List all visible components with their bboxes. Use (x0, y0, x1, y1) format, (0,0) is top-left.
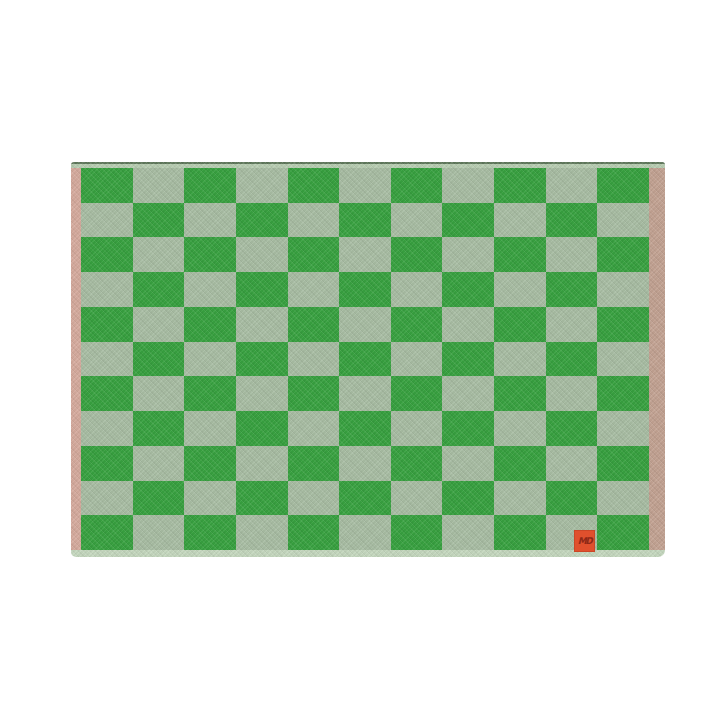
board-cell (184, 203, 236, 238)
board-cell (133, 446, 185, 481)
board-cell (288, 411, 340, 446)
towel-body (71, 168, 665, 550)
board-cell (81, 376, 133, 411)
towel-left-edge-strip (71, 168, 81, 550)
board-cell (184, 272, 236, 307)
board-cell (133, 237, 185, 272)
board-cell (597, 515, 649, 550)
board-cell (133, 342, 185, 377)
board-cell (391, 446, 443, 481)
board-cell (288, 481, 340, 516)
board-cell (81, 411, 133, 446)
board-cell (494, 376, 546, 411)
board-cell (339, 307, 391, 342)
board-cell (184, 515, 236, 550)
board-cell (391, 342, 443, 377)
board-cell (597, 237, 649, 272)
board-cell (81, 446, 133, 481)
board-cell (546, 307, 598, 342)
board-cell (81, 481, 133, 516)
board-cell (391, 376, 443, 411)
board-cell (288, 168, 340, 203)
board-cell (339, 515, 391, 550)
board-cell (597, 168, 649, 203)
board-cell (81, 272, 133, 307)
board-cell (442, 376, 494, 411)
board-cell (133, 307, 185, 342)
board-cell (597, 203, 649, 238)
board-cell (81, 168, 133, 203)
board-cell (339, 481, 391, 516)
board-cell (546, 168, 598, 203)
board-cell (133, 376, 185, 411)
board-cell (442, 203, 494, 238)
towel-right-edge-strip (649, 168, 665, 550)
board-cell (236, 307, 288, 342)
board-cell (133, 481, 185, 516)
board-cell (81, 342, 133, 377)
board-cell (288, 376, 340, 411)
board-cell (442, 307, 494, 342)
board-cell (597, 411, 649, 446)
board-cell (184, 342, 236, 377)
board-cell (133, 411, 185, 446)
checkerboard-grid (81, 168, 649, 550)
board-cell (81, 515, 133, 550)
board-cell (184, 411, 236, 446)
brand-monogram: MD (578, 536, 591, 547)
board-cell (597, 342, 649, 377)
board-cell (184, 168, 236, 203)
board-cell (81, 307, 133, 342)
board-cell (236, 168, 288, 203)
board-cell (442, 168, 494, 203)
board-cell (339, 203, 391, 238)
board-cell (236, 515, 288, 550)
board-cell (81, 237, 133, 272)
board-cell (546, 342, 598, 377)
board-cell (494, 342, 546, 377)
board-cell (236, 376, 288, 411)
board-cell (236, 481, 288, 516)
board-cell (494, 307, 546, 342)
board-cell (442, 237, 494, 272)
board-cell (184, 307, 236, 342)
board-cell (494, 272, 546, 307)
board-cell (546, 411, 598, 446)
board-cell (597, 376, 649, 411)
board-cell (236, 237, 288, 272)
board-cell (546, 446, 598, 481)
board-cell (391, 237, 443, 272)
board-cell (288, 515, 340, 550)
board-cell (442, 481, 494, 516)
board-cell (288, 446, 340, 481)
checkerboard-towel: MD (71, 162, 665, 557)
board-cell (546, 376, 598, 411)
board-cell (236, 411, 288, 446)
board-cell (288, 203, 340, 238)
board-cell (236, 342, 288, 377)
board-cell (546, 203, 598, 238)
board-cell (494, 515, 546, 550)
board-cell (236, 272, 288, 307)
board-cell (339, 272, 391, 307)
board-cell (236, 446, 288, 481)
board-cell (442, 342, 494, 377)
board-cell (133, 203, 185, 238)
board-cell (494, 446, 546, 481)
board-cell (546, 237, 598, 272)
board-cell (184, 446, 236, 481)
board-cell (184, 237, 236, 272)
board-cell (391, 515, 443, 550)
board-cell (288, 307, 340, 342)
board-cell (597, 446, 649, 481)
board-cell (81, 203, 133, 238)
board-cell (133, 272, 185, 307)
board-cell (442, 411, 494, 446)
board-cell (391, 481, 443, 516)
board-cell (391, 203, 443, 238)
brand-label: MD (574, 530, 595, 552)
board-cell (442, 446, 494, 481)
board-cell (546, 272, 598, 307)
board-cell (391, 307, 443, 342)
board-cell (442, 515, 494, 550)
board-cell (597, 272, 649, 307)
board-cell (494, 168, 546, 203)
board-cell (442, 272, 494, 307)
board-cell (236, 203, 288, 238)
board-cell (288, 342, 340, 377)
board-cell (391, 168, 443, 203)
board-cell (133, 168, 185, 203)
board-cell (339, 446, 391, 481)
board-cell (184, 376, 236, 411)
board-cell (494, 203, 546, 238)
board-cell (597, 481, 649, 516)
board-cell (597, 307, 649, 342)
board-cell (288, 237, 340, 272)
board-cell (339, 342, 391, 377)
board-cell (494, 237, 546, 272)
board-cell (494, 481, 546, 516)
board-cell (339, 237, 391, 272)
board-cell (391, 272, 443, 307)
board-cell (339, 376, 391, 411)
board-cell (184, 481, 236, 516)
board-cell (391, 411, 443, 446)
board-cell (288, 272, 340, 307)
board-cell (133, 515, 185, 550)
board-cell (339, 168, 391, 203)
board-cell (339, 411, 391, 446)
board-cell (494, 411, 546, 446)
board-cell (546, 481, 598, 516)
